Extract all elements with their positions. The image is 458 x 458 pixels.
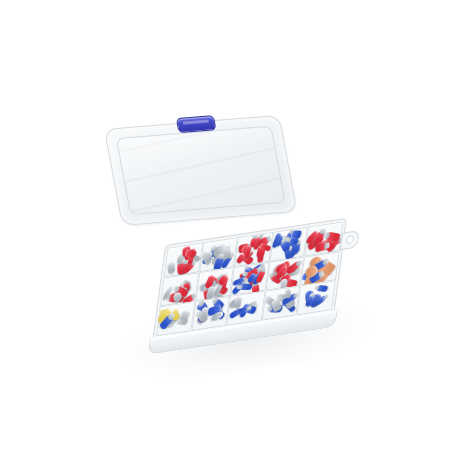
terminal-piece-silver	[167, 261, 175, 274]
metal-tip	[198, 299, 205, 307]
hang-hole-tab	[340, 230, 360, 250]
lid-latch	[176, 115, 217, 133]
metal-tip	[296, 259, 303, 267]
compartment-r2c4	[297, 280, 336, 315]
metal-tip	[261, 266, 267, 272]
metal-tip	[323, 233, 331, 240]
terminal-piece-blue	[316, 285, 328, 292]
metal-tip	[218, 253, 225, 259]
lid-molding	[116, 126, 286, 216]
metal-tip	[182, 279, 187, 285]
product-photo-scene	[0, 0, 458, 458]
terminal-piece-silver	[234, 296, 240, 309]
metal-tip	[236, 285, 243, 289]
metal-tip	[314, 286, 320, 291]
compartment-r2c1	[191, 296, 230, 331]
terminal-piece-silver	[175, 319, 187, 325]
terminal-piece-red	[316, 241, 327, 252]
compartment-r2c2	[226, 291, 265, 326]
compartment-r2c3	[262, 286, 301, 321]
box-lid	[104, 115, 298, 226]
compartment-tray	[153, 218, 347, 340]
compartment-r2c0	[156, 302, 195, 337]
